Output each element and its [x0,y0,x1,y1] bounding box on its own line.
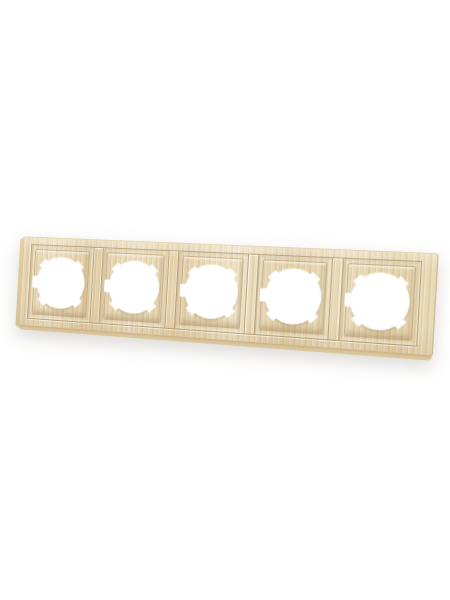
gang-opening [35,257,85,311]
gang-collar [32,249,90,318]
gang-window-2 [98,248,169,328]
opening-tab-left [180,284,189,297]
gang-window-1 [27,245,95,322]
gang-window-5 [338,259,422,346]
gang-window-3 [174,251,249,333]
opening-tab-left [104,279,113,292]
gang-collar [103,252,165,323]
photo-canvas [0,0,450,600]
opening-tab-left [260,288,270,302]
gang-opening [348,272,411,333]
gang-opening [263,268,322,327]
wall-plate-shadow-wrap [0,0,450,600]
opening-tab-left [32,276,40,289]
opening-tab-left [344,293,355,307]
plate-inner-field [27,244,422,347]
gang-opening [107,260,160,315]
gang-collar [179,256,244,329]
gang-collar [344,263,417,341]
gang-window-4 [254,255,333,339]
wall-plate-frame [18,236,439,356]
gang-collar [259,259,328,335]
gang-opening [183,264,239,321]
